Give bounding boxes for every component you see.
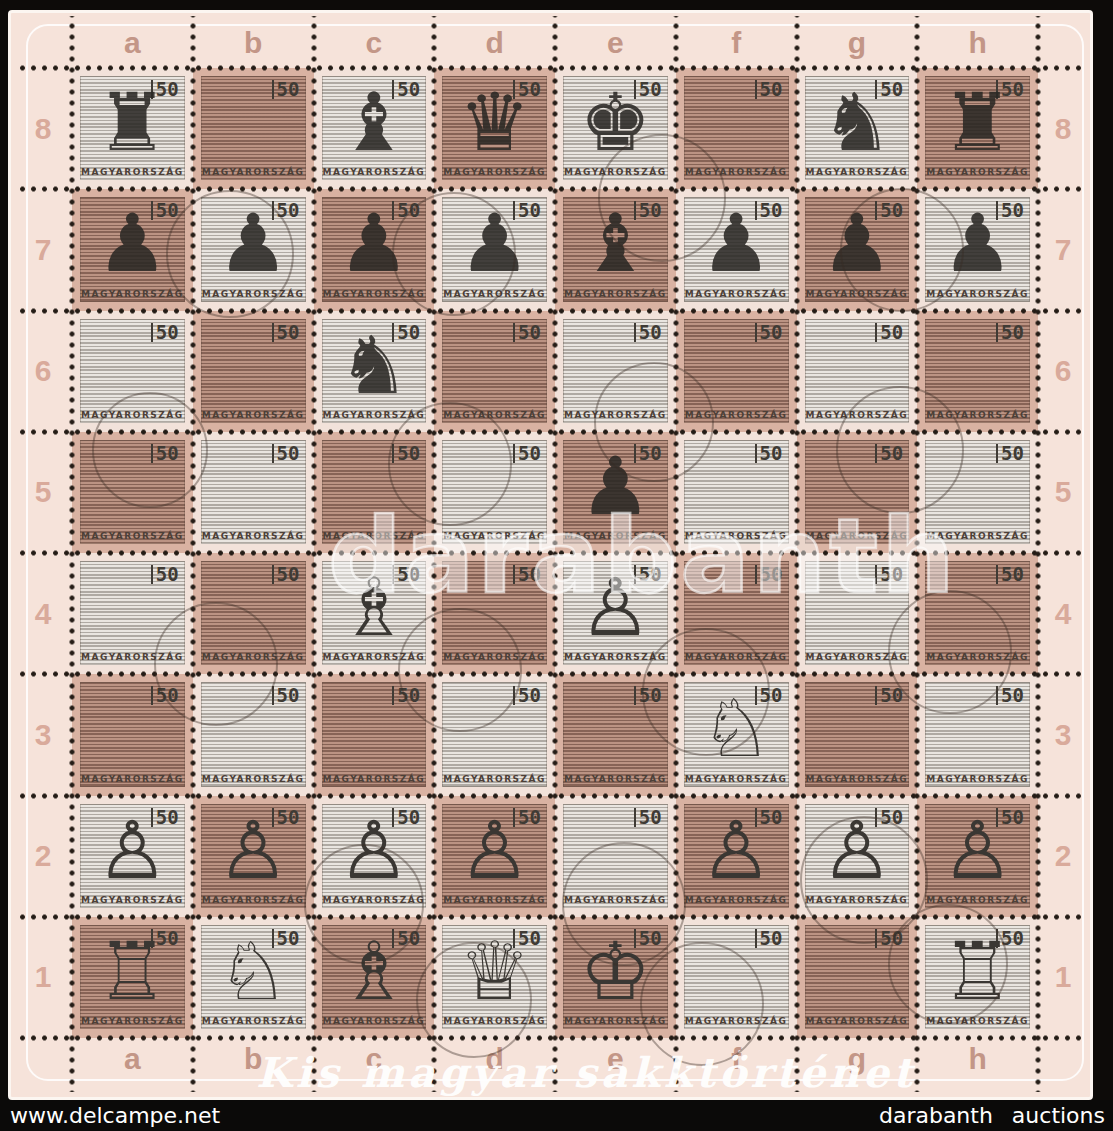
stamp-country-label: MAGYARORSZÁG: [926, 168, 1029, 177]
rank-label-7: 7: [1048, 189, 1078, 310]
stamp-b2: 50♙MAGYARORSZÁG: [201, 804, 306, 908]
rank-label-8: 8: [1048, 68, 1078, 189]
stamp-denomination: 50: [755, 444, 783, 463]
watermark-delcampe: www.delcampe.net: [10, 1103, 220, 1129]
stamp-denomination: 50: [875, 686, 903, 705]
square-a1: 50♖MAGYARORSZÁG: [72, 917, 193, 1038]
sheet-title-script: Kis magyar sakktörténet: [151, 1049, 1021, 1097]
piece-white-pawn: ♙: [443, 809, 546, 893]
square-c8: 50♝MAGYARORSZÁG: [314, 68, 435, 189]
stamp-denomination: 50: [996, 565, 1024, 584]
postmark-circle: [92, 392, 208, 508]
postmark-circle: [598, 134, 726, 262]
stamp-a1: 50♖MAGYARORSZÁG: [80, 925, 185, 1029]
square-a8: 50♜MAGYARORSZÁG: [72, 68, 193, 189]
perforation-line: [14, 308, 1087, 314]
stamp-country-label: MAGYARORSZÁG: [202, 532, 305, 541]
stamp-country-label: MAGYARORSZÁG: [685, 532, 788, 541]
stamp-denomination: 50: [634, 323, 662, 342]
rank-label-2: 2: [28, 796, 58, 917]
stamp-denomination: 50: [272, 565, 300, 584]
stamp-f2: 50♙MAGYARORSZÁG: [684, 804, 789, 908]
postmark-circle: [640, 942, 764, 1066]
piece-white-pawn: ♙: [202, 809, 305, 893]
stamp-country-label: MAGYARORSZÁG: [81, 1017, 184, 1026]
piece-white-pawn: ♙: [564, 566, 667, 650]
rank-label-6: 6: [28, 311, 58, 432]
stamp-country-label: MAGYARORSZÁG: [685, 775, 788, 784]
file-label-f: f: [676, 28, 797, 58]
stamp-denomination: 50: [996, 323, 1024, 342]
stamp-denomination: 50: [272, 323, 300, 342]
postmark-circle: [888, 590, 1012, 714]
stamp-country-label: MAGYARORSZÁG: [81, 775, 184, 784]
file-label-b: b: [193, 28, 314, 58]
square-b6: 50MAGYARORSZÁG: [193, 311, 314, 432]
stamp-country-label: MAGYARORSZÁG: [564, 532, 667, 541]
stamp-country-label: MAGYARORSZÁG: [81, 532, 184, 541]
postmark-circle: [888, 904, 1008, 1024]
postmark-circle: [398, 608, 522, 732]
stamp-denomination: 50: [513, 565, 541, 584]
stamp-country-label: MAGYARORSZÁG: [202, 896, 305, 905]
stamp-h8: 50♜MAGYARORSZÁG: [925, 76, 1030, 180]
piece-black-rook: ♜: [926, 81, 1029, 165]
stamp-denomination: 50: [755, 323, 783, 342]
square-f2: 50♙MAGYARORSZÁG: [676, 796, 797, 917]
stamp-country-label: MAGYARORSZÁG: [806, 532, 909, 541]
rank-label-3: 3: [1048, 674, 1078, 795]
stamp-denomination: 50: [875, 565, 903, 584]
stamp-country-label: MAGYARORSZÁG: [202, 1017, 305, 1026]
rank-label-6: 6: [1048, 311, 1078, 432]
stamp-e4: 50♙MAGYARORSZÁG: [563, 561, 668, 665]
perforation-line: [14, 65, 1087, 71]
postmark-circle: [416, 942, 532, 1058]
rank-label-4: 4: [1048, 553, 1078, 674]
file-label-a: a: [72, 28, 193, 58]
stamp-denomination: 50: [634, 808, 662, 827]
postmark-circle: [388, 402, 512, 526]
rank-label-5: 5: [1048, 432, 1078, 553]
postmark-circle: [562, 842, 686, 966]
stamp-denomination: 50: [875, 323, 903, 342]
perforation-line: [14, 793, 1087, 799]
stamp-country-label: MAGYARORSZÁG: [443, 532, 546, 541]
piece-black-knight: ♞: [323, 324, 426, 408]
perforation-line: [14, 550, 1087, 556]
piece-black-rook: ♜: [81, 81, 184, 165]
stamp-country-label: MAGYARORSZÁG: [564, 775, 667, 784]
piece-white-pawn: ♙: [81, 809, 184, 893]
square-h2: 50♙MAGYARORSZÁG: [917, 796, 1038, 917]
stamp-g8: 50♞MAGYARORSZÁG: [805, 76, 910, 180]
stamp-denomination: 50: [151, 565, 179, 584]
stamp-a2: 50♙MAGYARORSZÁG: [80, 804, 185, 908]
rank-label-4: 4: [28, 553, 58, 674]
stamp-denomination: 50: [513, 323, 541, 342]
rank-label-8: 8: [28, 68, 58, 189]
stamp-denomination: 50: [272, 444, 300, 463]
perforation-line: [14, 186, 1087, 192]
stamp-country-label: MAGYARORSZÁG: [81, 896, 184, 905]
stamp-h2: 50♙MAGYARORSZÁG: [925, 804, 1030, 908]
file-label-c: c: [314, 28, 435, 58]
scan-bottom-band: www.delcampe.net darabanth auctions: [0, 1100, 1113, 1131]
stamp-denomination: 50: [755, 565, 783, 584]
rank-label-7: 7: [28, 189, 58, 310]
stamp-denomination: 50: [151, 323, 179, 342]
stamp-country-label: MAGYARORSZÁG: [926, 775, 1029, 784]
rank-label-3: 3: [28, 674, 58, 795]
stamp-denomination: 50: [755, 929, 783, 948]
file-label-e: e: [555, 28, 676, 58]
stamp-country-label: MAGYARORSZÁG: [323, 775, 426, 784]
stamp-country-label: MAGYARORSZÁG: [806, 1017, 909, 1026]
postmark-circle: [836, 386, 964, 514]
stamp-denomination: 50: [996, 444, 1024, 463]
square-b1: 50♘MAGYARORSZÁG: [193, 917, 314, 1038]
piece-white-knight: ♘: [202, 930, 305, 1014]
stamp-country-label: MAGYARORSZÁG: [806, 775, 909, 784]
stamp-denomination: 50: [272, 686, 300, 705]
postmark-circle: [642, 628, 770, 756]
stamp-b1: 50♘MAGYARORSZÁG: [201, 925, 306, 1029]
square-h8: 50♜MAGYARORSZÁG: [917, 68, 1038, 189]
stamp-country-label: MAGYARORSZÁG: [323, 1017, 426, 1026]
rank-label-1: 1: [1048, 917, 1078, 1038]
postmark-circle: [392, 192, 516, 316]
piece-black-bishop: ♝: [323, 81, 426, 165]
perforation-line: [1035, 16, 1041, 1092]
square-g3: 50MAGYARORSZÁG: [797, 674, 918, 795]
perforation-line: [794, 16, 800, 1092]
stamp-denomination: 50: [755, 80, 783, 99]
file-label-g: g: [797, 28, 918, 58]
square-d8: 50♛MAGYARORSZÁG: [434, 68, 555, 189]
stamp-denomination: 50: [513, 444, 541, 463]
piece-white-rook: ♖: [81, 930, 184, 1014]
rank-label-1: 1: [28, 917, 58, 1038]
stamp-b5: 50MAGYARORSZÁG: [201, 440, 306, 544]
stamp-c6: 50♞MAGYARORSZÁG: [322, 319, 427, 423]
postmark-circle: [594, 362, 714, 482]
stamp-c8: 50♝MAGYARORSZÁG: [322, 76, 427, 180]
square-b8: 50MAGYARORSZÁG: [193, 68, 314, 189]
file-label-d: d: [434, 28, 555, 58]
stamp-country-label: MAGYARORSZÁG: [81, 290, 184, 299]
stamp-sheet: abcdefgh abcdefgh 87654321 87654321 50♜M…: [8, 10, 1093, 1100]
stamp-country-label: MAGYARORSZÁG: [685, 896, 788, 905]
piece-white-pawn: ♙: [926, 809, 1029, 893]
stamp-country-label: MAGYARORSZÁG: [202, 168, 305, 177]
piece-white-pawn: ♙: [685, 809, 788, 893]
postmark-circle: [840, 188, 964, 312]
square-b2: 50♙MAGYARORSZÁG: [193, 796, 314, 917]
stamp-country-label: MAGYARORSZÁG: [443, 168, 546, 177]
stamp-country-label: MAGYARORSZÁG: [81, 168, 184, 177]
stamp-denomination: 50: [272, 80, 300, 99]
stamp-country-label: MAGYARORSZÁG: [806, 168, 909, 177]
stamp-country-label: MAGYARORSZÁG: [323, 532, 426, 541]
stamp-d2: 50♙MAGYARORSZÁG: [442, 804, 547, 908]
stamp-country-label: MAGYARORSZÁG: [323, 168, 426, 177]
square-g8: 50♞MAGYARORSZÁG: [797, 68, 918, 189]
piece-black-queen: ♛: [443, 81, 546, 165]
stamp-country-label: MAGYARORSZÁG: [443, 775, 546, 784]
file-label-h: h: [917, 28, 1038, 58]
stamp-country-label: MAGYARORSZÁG: [926, 532, 1029, 541]
square-a2: 50♙MAGYARORSZÁG: [72, 796, 193, 917]
stamp-g3: 50MAGYARORSZÁG: [805, 682, 910, 786]
postmark-circle: [154, 602, 278, 726]
postmark-circle: [304, 844, 424, 964]
piece-black-knight: ♞: [806, 81, 909, 165]
stamp-b6: 50MAGYARORSZÁG: [201, 319, 306, 423]
stamp-country-label: MAGYARORSZÁG: [685, 290, 788, 299]
stamp-d8: 50♛MAGYARORSZÁG: [442, 76, 547, 180]
rank-label-5: 5: [28, 432, 58, 553]
perforation-line: [14, 1035, 1087, 1041]
rank-label-2: 2: [1048, 796, 1078, 917]
square-b5: 50MAGYARORSZÁG: [193, 432, 314, 553]
stamp-country-label: MAGYARORSZÁG: [564, 290, 667, 299]
square-d2: 50♙MAGYARORSZÁG: [434, 796, 555, 917]
stamp-country-label: MAGYARORSZÁG: [202, 411, 305, 420]
stamp-denomination: 50: [996, 686, 1024, 705]
postmark-circle: [166, 190, 294, 318]
stamp-country-label: MAGYARORSZÁG: [443, 896, 546, 905]
stamp-country-label: MAGYARORSZÁG: [202, 775, 305, 784]
stamp-a8: 50♜MAGYARORSZÁG: [80, 76, 185, 180]
stamp-b8: 50MAGYARORSZÁG: [201, 76, 306, 180]
watermark-darabanth-auctions: darabanth auctions: [879, 1103, 1105, 1129]
